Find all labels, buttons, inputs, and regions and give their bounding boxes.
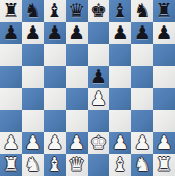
chess-board-container: ♜♞♝♛♚♝♞♜♟♟♟♟♟♟♟♟♟♟♟♟♟♚♟♟♟♜♞♝♛♝♞♜ xyxy=(0,0,175,176)
piece-white-pawn: ♟ xyxy=(112,133,129,152)
square-e1[interactable] xyxy=(88,154,110,176)
square-a6[interactable] xyxy=(0,44,22,66)
chess-board: ♜♞♝♛♚♝♞♜♟♟♟♟♟♟♟♟♟♟♟♟♟♚♟♟♟♜♞♝♛♝♞♜ xyxy=(0,0,175,176)
piece-black-pawn: ♟ xyxy=(46,23,63,42)
square-c2[interactable]: ♟ xyxy=(44,132,66,154)
square-f1[interactable]: ♝ xyxy=(109,154,131,176)
piece-black-queen: ♛ xyxy=(68,1,85,20)
piece-black-pawn: ♟ xyxy=(24,23,41,42)
piece-white-bishop: ♝ xyxy=(112,155,129,174)
square-c8[interactable]: ♝ xyxy=(44,0,66,22)
piece-black-rook: ♜ xyxy=(2,1,19,20)
square-e2[interactable]: ♚ xyxy=(88,132,110,154)
square-e7[interactable] xyxy=(88,22,110,44)
piece-white-rook: ♜ xyxy=(2,155,19,174)
square-d2[interactable]: ♟ xyxy=(66,132,88,154)
square-g3[interactable] xyxy=(131,110,153,132)
square-f7[interactable]: ♟ xyxy=(109,22,131,44)
square-f8[interactable]: ♝ xyxy=(109,0,131,22)
square-a3[interactable] xyxy=(0,110,22,132)
piece-white-pawn: ♟ xyxy=(90,89,107,108)
square-f4[interactable] xyxy=(109,88,131,110)
square-b7[interactable]: ♟ xyxy=(22,22,44,44)
piece-white-pawn: ♟ xyxy=(46,133,63,152)
square-g6[interactable] xyxy=(131,44,153,66)
square-h2[interactable]: ♟ xyxy=(153,132,175,154)
square-h5[interactable] xyxy=(153,66,175,88)
square-d7[interactable]: ♟ xyxy=(66,22,88,44)
square-h3[interactable] xyxy=(153,110,175,132)
square-a5[interactable] xyxy=(0,66,22,88)
square-g8[interactable]: ♞ xyxy=(131,0,153,22)
piece-black-pawn: ♟ xyxy=(134,23,151,42)
square-a8[interactable]: ♜ xyxy=(0,0,22,22)
piece-white-king: ♚ xyxy=(90,133,107,152)
piece-black-pawn: ♟ xyxy=(90,67,107,86)
square-e6[interactable] xyxy=(88,44,110,66)
square-d3[interactable] xyxy=(66,110,88,132)
piece-black-pawn: ♟ xyxy=(112,23,129,42)
square-f2[interactable]: ♟ xyxy=(109,132,131,154)
piece-white-queen: ♛ xyxy=(68,155,85,174)
square-h8[interactable]: ♜ xyxy=(153,0,175,22)
piece-black-pawn: ♟ xyxy=(156,23,173,42)
square-g4[interactable] xyxy=(131,88,153,110)
square-b8[interactable]: ♞ xyxy=(22,0,44,22)
square-b3[interactable] xyxy=(22,110,44,132)
square-c7[interactable]: ♟ xyxy=(44,22,66,44)
square-a1[interactable]: ♜ xyxy=(0,154,22,176)
square-a4[interactable] xyxy=(0,88,22,110)
square-a7[interactable]: ♟ xyxy=(0,22,22,44)
square-g1[interactable]: ♞ xyxy=(131,154,153,176)
piece-black-bishop: ♝ xyxy=(112,1,129,20)
square-c3[interactable] xyxy=(44,110,66,132)
square-e3[interactable] xyxy=(88,110,110,132)
square-e8[interactable]: ♚ xyxy=(88,0,110,22)
square-b5[interactable] xyxy=(22,66,44,88)
piece-black-knight: ♞ xyxy=(24,1,41,20)
square-f5[interactable] xyxy=(109,66,131,88)
piece-white-pawn: ♟ xyxy=(68,133,85,152)
piece-white-pawn: ♟ xyxy=(2,133,19,152)
square-g7[interactable]: ♟ xyxy=(131,22,153,44)
square-h7[interactable]: ♟ xyxy=(153,22,175,44)
square-d4[interactable] xyxy=(66,88,88,110)
square-c6[interactable] xyxy=(44,44,66,66)
piece-black-pawn: ♟ xyxy=(2,23,19,42)
square-e5[interactable]: ♟ xyxy=(88,66,110,88)
piece-white-pawn: ♟ xyxy=(24,133,41,152)
piece-black-rook: ♜ xyxy=(156,1,173,20)
piece-black-knight: ♞ xyxy=(134,1,151,20)
square-c1[interactable]: ♝ xyxy=(44,154,66,176)
piece-white-bishop: ♝ xyxy=(46,155,63,174)
piece-black-bishop: ♝ xyxy=(46,1,63,20)
square-d8[interactable]: ♛ xyxy=(66,0,88,22)
square-b6[interactable] xyxy=(22,44,44,66)
piece-white-rook: ♜ xyxy=(156,155,173,174)
square-g2[interactable]: ♟ xyxy=(131,132,153,154)
square-d6[interactable] xyxy=(66,44,88,66)
square-a2[interactable]: ♟ xyxy=(0,132,22,154)
square-f6[interactable] xyxy=(109,44,131,66)
piece-white-knight: ♞ xyxy=(24,155,41,174)
square-h4[interactable] xyxy=(153,88,175,110)
piece-white-pawn: ♟ xyxy=(156,133,173,152)
piece-black-pawn: ♟ xyxy=(68,23,85,42)
square-h6[interactable] xyxy=(153,44,175,66)
square-d5[interactable] xyxy=(66,66,88,88)
square-h1[interactable]: ♜ xyxy=(153,154,175,176)
square-d1[interactable]: ♛ xyxy=(66,154,88,176)
piece-white-knight: ♞ xyxy=(134,155,151,174)
square-b4[interactable] xyxy=(22,88,44,110)
square-c5[interactable] xyxy=(44,66,66,88)
square-b1[interactable]: ♞ xyxy=(22,154,44,176)
square-c4[interactable] xyxy=(44,88,66,110)
square-g5[interactable] xyxy=(131,66,153,88)
piece-white-pawn: ♟ xyxy=(134,133,151,152)
square-e4[interactable]: ♟ xyxy=(88,88,110,110)
square-b2[interactable]: ♟ xyxy=(22,132,44,154)
square-f3[interactable] xyxy=(109,110,131,132)
piece-black-king: ♚ xyxy=(90,1,107,20)
